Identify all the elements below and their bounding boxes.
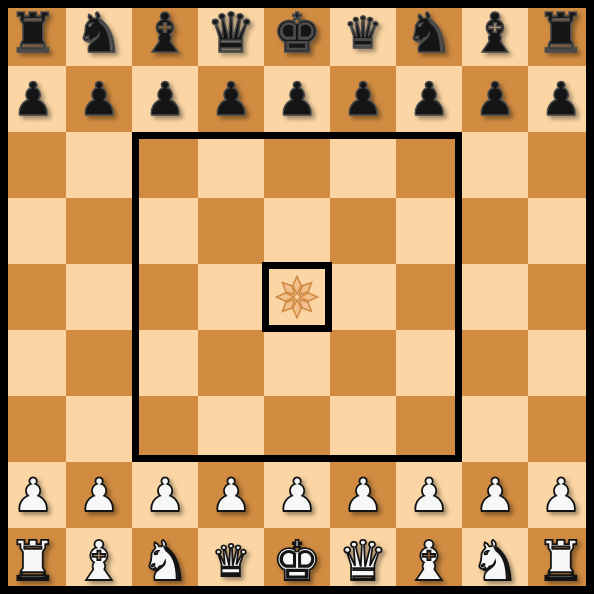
square-c4[interactable] [132,330,198,396]
black-pawn[interactable]: ♟ [12,76,53,122]
square-a8[interactable]: ♟ [0,66,66,132]
black-pawn[interactable]: ♟ [78,76,119,122]
square-a1[interactable]: ♜ [0,528,66,594]
square-e6[interactable] [264,198,330,264]
white-pawn[interactable]: ♟ [12,472,53,518]
square-e5[interactable] [264,264,330,330]
square-g2[interactable]: ♟ [396,462,462,528]
white-rook[interactable]: ♜ [536,534,585,589]
square-d8[interactable]: ♟ [198,66,264,132]
square-c5[interactable] [132,264,198,330]
white-pawn[interactable]: ♟ [474,472,515,518]
square-b6[interactable] [66,198,132,264]
white-pawn[interactable]: ♟ [408,472,449,518]
white-pawn[interactable]: ♟ [342,472,383,518]
square-i2[interactable]: ♟ [528,462,594,528]
square-f3[interactable] [330,396,396,462]
square-h3[interactable] [462,396,528,462]
square-e3[interactable] [264,396,330,462]
square-f9[interactable]: ♛ [330,0,396,66]
square-g7[interactable] [396,132,462,198]
square-a4[interactable] [0,330,66,396]
square-f8[interactable]: ♟ [330,66,396,132]
white-bishop[interactable]: ♝ [74,534,123,589]
square-b9[interactable]: ♞ [66,0,132,66]
square-d6[interactable] [198,198,264,264]
square-f6[interactable] [330,198,396,264]
square-d2[interactable]: ♟ [198,462,264,528]
square-b5[interactable] [66,264,132,330]
square-e2[interactable]: ♟ [264,462,330,528]
square-g8[interactable]: ♟ [396,66,462,132]
black-pawn[interactable]: ♟ [408,76,449,122]
square-c9[interactable]: ♝ [132,0,198,66]
square-a6[interactable] [0,198,66,264]
square-b7[interactable] [66,132,132,198]
black-pawn[interactable]: ♟ [342,76,383,122]
white-king[interactable]: ♚ [272,534,321,589]
square-h9[interactable]: ♝ [462,0,528,66]
square-h2[interactable]: ♟ [462,462,528,528]
square-c6[interactable] [132,198,198,264]
white-pawn[interactable]: ♟ [276,472,317,518]
white-knight[interactable]: ♞ [140,534,189,589]
black-bishop[interactable]: ♝ [140,6,189,61]
square-c7[interactable] [132,132,198,198]
square-h5[interactable] [462,264,528,330]
square-a2[interactable]: ♟ [0,462,66,528]
black-king[interactable]: ♚ [272,6,321,61]
square-f7[interactable] [330,132,396,198]
square-f4[interactable] [330,330,396,396]
white-pawn[interactable]: ♟ [144,472,185,518]
square-c3[interactable] [132,396,198,462]
square-f5[interactable] [330,264,396,330]
square-c8[interactable]: ♟ [132,66,198,132]
white-pawn[interactable]: ♟ [78,472,119,518]
square-a5[interactable] [0,264,66,330]
square-h7[interactable] [462,132,528,198]
white-pawn[interactable]: ♟ [210,472,251,518]
square-d5[interactable] [198,264,264,330]
square-e7[interactable] [264,132,330,198]
black-rook[interactable]: ♜ [8,6,57,61]
square-e8[interactable]: ♟ [264,66,330,132]
white-queen[interactable]: ♛ [338,534,387,589]
square-f2[interactable]: ♟ [330,462,396,528]
square-g1[interactable]: ♝ [396,528,462,594]
square-i4[interactable] [528,330,594,396]
black-pawn[interactable]: ♟ [474,76,515,122]
black-rook[interactable]: ♜ [536,6,585,61]
square-g6[interactable] [396,198,462,264]
square-a9[interactable]: ♜ [0,0,66,66]
white-knight[interactable]: ♞ [470,534,519,589]
black-bishop[interactable]: ♝ [470,6,519,61]
square-g3[interactable] [396,396,462,462]
square-c2[interactable]: ♟ [132,462,198,528]
square-g5[interactable] [396,264,462,330]
white-rook[interactable]: ♜ [8,534,57,589]
white-minister[interactable]: ♛ [211,539,250,583]
square-b8[interactable]: ♟ [66,66,132,132]
square-f1[interactable]: ♛ [330,528,396,594]
white-bishop[interactable]: ♝ [404,534,453,589]
square-i6[interactable] [528,198,594,264]
square-i7[interactable] [528,132,594,198]
square-i8[interactable]: ♟ [528,66,594,132]
chess-variant-board: ♜♞♝♛♚♛♞♝♜♟♟♟♟♟♟♟♟♟♟♟♟♟♟♟♟♟♟♜♝♞♛♚♛♝♞♜ [0,0,594,594]
square-e4[interactable] [264,330,330,396]
black-knight[interactable]: ♞ [404,6,453,61]
square-d3[interactable] [198,396,264,462]
white-pawn[interactable]: ♟ [540,472,581,518]
black-pawn[interactable]: ♟ [276,76,317,122]
square-c1[interactable]: ♞ [132,528,198,594]
black-pawn[interactable]: ♟ [540,76,581,122]
square-e9[interactable]: ♚ [264,0,330,66]
black-pawn[interactable]: ♟ [210,76,251,122]
square-h6[interactable] [462,198,528,264]
square-b4[interactable] [66,330,132,396]
square-d7[interactable] [198,132,264,198]
square-h1[interactable]: ♞ [462,528,528,594]
square-g9[interactable]: ♞ [396,0,462,66]
square-h4[interactable] [462,330,528,396]
square-g4[interactable] [396,330,462,396]
square-i1[interactable]: ♜ [528,528,594,594]
black-knight[interactable]: ♞ [74,6,123,61]
square-b3[interactable] [66,396,132,462]
square-b1[interactable]: ♝ [66,528,132,594]
board-grid: ♜♞♝♛♚♛♞♝♜♟♟♟♟♟♟♟♟♟♟♟♟♟♟♟♟♟♟♜♝♞♛♚♛♝♞♜ [0,0,594,594]
square-a7[interactable] [0,132,66,198]
square-d9[interactable]: ♛ [198,0,264,66]
black-minister[interactable]: ♛ [343,11,382,55]
square-b2[interactable]: ♟ [66,462,132,528]
square-i5[interactable] [528,264,594,330]
black-pawn[interactable]: ♟ [144,76,185,122]
square-e1[interactable]: ♚ [264,528,330,594]
square-i3[interactable] [528,396,594,462]
square-d1[interactable]: ♛ [198,528,264,594]
square-h8[interactable]: ♟ [462,66,528,132]
square-i9[interactable]: ♜ [528,0,594,66]
square-d4[interactable] [198,330,264,396]
square-a3[interactable] [0,396,66,462]
black-queen[interactable]: ♛ [206,6,255,61]
center-star-emblem [273,273,321,321]
